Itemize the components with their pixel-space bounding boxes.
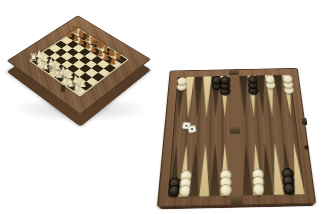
chess-grid: ♜♞♝♛♚♝♞♜♟♟♟♟♟♟♟♟♟♟♟♟♟♟♟♟♜♞♝♛♚♝♞♜ xyxy=(31,29,127,95)
point-triangle xyxy=(178,144,191,197)
point-triangle xyxy=(270,142,284,195)
hinge-icon xyxy=(229,70,238,75)
white-checker xyxy=(253,183,266,195)
point-triangle xyxy=(199,144,210,197)
backgammon-point xyxy=(168,144,182,197)
point-triangle xyxy=(260,142,274,195)
chess-piece-white-r: ♜ xyxy=(72,83,81,94)
point-triangle xyxy=(209,143,220,196)
backgammon-frame xyxy=(157,68,316,207)
point-triangle xyxy=(289,142,305,195)
backgammon-board xyxy=(157,68,316,207)
point-triangle xyxy=(168,144,182,197)
black-checker xyxy=(282,168,295,180)
point-triangle xyxy=(279,142,294,195)
white-checker xyxy=(178,185,191,197)
white-checker xyxy=(252,169,264,181)
backgammon-point xyxy=(220,143,230,196)
backgammon-point xyxy=(220,76,229,118)
backgammon-point xyxy=(289,142,305,195)
white-checker xyxy=(179,177,192,189)
backgammon-field xyxy=(168,75,305,197)
die-icon xyxy=(187,125,196,134)
hinge-icon xyxy=(231,197,242,205)
chess-box-top: ♜♞♝♛♚♝♞♜♟♟♟♟♟♟♟♟♟♟♟♟♟♟♟♟♜♞♝♛♚♝♞♜ xyxy=(7,15,151,114)
point-triangle xyxy=(189,144,201,197)
chess-board: ♜♞♝♛♚♝♞♜♟♟♟♟♟♟♟♟♟♟♟♟♟♟♟♟♜♞♝♛♚♝♞♜ xyxy=(7,15,151,114)
product-photo-scene: ♜♞♝♛♚♝♞♜♟♟♟♟♟♟♟♟♟♟♟♟♟♟♟♟♜♞♝♛♚♝♞♜ xyxy=(0,0,330,214)
point-triangle xyxy=(220,143,230,196)
chess-piece-black-p: ♟ xyxy=(108,57,117,66)
black-checker xyxy=(283,175,296,187)
latch-knob-icon xyxy=(304,145,309,150)
backgammon-point xyxy=(250,143,263,196)
point-triangle xyxy=(250,143,263,196)
backgammon-point xyxy=(211,76,220,118)
backgammon-point xyxy=(241,143,253,196)
black-checker xyxy=(168,185,181,197)
black-checker xyxy=(283,183,296,195)
backgammon-point xyxy=(270,142,284,195)
backgammon-point xyxy=(279,142,294,195)
point-triangle xyxy=(241,143,253,196)
backgammon-point xyxy=(209,143,220,196)
white-checker xyxy=(282,75,293,84)
white-checker xyxy=(252,176,265,188)
backgammon-point xyxy=(189,144,201,197)
clasp-icon xyxy=(302,118,308,125)
backgammon-point xyxy=(199,144,210,197)
white-checker xyxy=(179,170,191,182)
backgammon-point xyxy=(260,142,274,195)
chess-box-clasp-icon xyxy=(61,85,65,91)
backgammon-point xyxy=(178,144,191,197)
black-checker xyxy=(169,178,182,190)
